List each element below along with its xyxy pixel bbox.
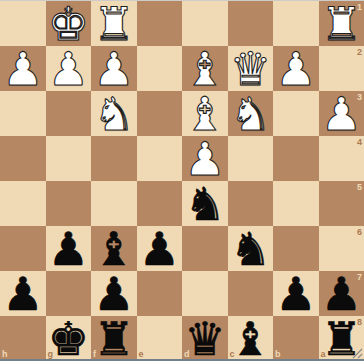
- square-d4[interactable]: ♟: [182, 136, 228, 181]
- black-pawn[interactable]: ♟: [0, 271, 46, 316]
- square-g3[interactable]: [46, 91, 92, 136]
- square-h5[interactable]: [0, 181, 46, 226]
- square-f5[interactable]: [91, 181, 137, 226]
- square-h7[interactable]: ♟: [0, 271, 46, 316]
- square-a6[interactable]: 6: [319, 226, 364, 271]
- square-c8[interactable]: ♝c: [228, 316, 274, 361]
- chess-board: ♚♜♜1♟♟♟♝♛♟2♞♝♞♟3♟4♞5♟♝♟♞6♟♟♟♟7h♚g♜fe♛d♝c…: [0, 0, 364, 361]
- white-knight[interactable]: ♞: [228, 91, 274, 136]
- file-label-h: h: [2, 350, 8, 359]
- square-a3[interactable]: ♟3: [319, 91, 364, 136]
- square-b6[interactable]: [273, 226, 319, 271]
- square-e3[interactable]: [137, 91, 183, 136]
- square-b1[interactable]: [273, 1, 319, 46]
- white-pawn[interactable]: ♟: [91, 46, 137, 91]
- square-d7[interactable]: [182, 271, 228, 316]
- white-queen[interactable]: ♛: [228, 46, 274, 91]
- square-d8[interactable]: ♛d: [182, 316, 228, 361]
- square-g6[interactable]: ♟: [46, 226, 92, 271]
- file-label-e: e: [139, 350, 144, 359]
- black-pawn[interactable]: ♟: [91, 271, 137, 316]
- board-grid: ♚♜♜1♟♟♟♝♛♟2♞♝♞♟3♟4♞5♟♝♟♞6♟♟♟♟7h♚g♜fe♛d♝c…: [0, 1, 364, 361]
- white-pawn[interactable]: ♟: [273, 46, 319, 91]
- square-h3[interactable]: [0, 91, 46, 136]
- black-pawn[interactable]: ♟: [319, 271, 364, 316]
- black-knight[interactable]: ♞: [228, 226, 274, 271]
- rank-label-2: 2: [357, 48, 362, 57]
- square-d6[interactable]: [182, 226, 228, 271]
- white-rook[interactable]: ♜: [319, 1, 364, 46]
- black-pawn[interactable]: ♟: [273, 271, 319, 316]
- rank-label-5: 5: [357, 183, 362, 192]
- square-c4[interactable]: [228, 136, 274, 181]
- square-c5[interactable]: [228, 181, 274, 226]
- file-label-b: b: [275, 350, 281, 359]
- square-c7[interactable]: [228, 271, 274, 316]
- black-pawn[interactable]: ♟: [137, 226, 183, 271]
- square-d2[interactable]: ♝: [182, 46, 228, 91]
- white-pawn[interactable]: ♟: [182, 136, 228, 181]
- square-f6[interactable]: ♝: [91, 226, 137, 271]
- square-e5[interactable]: [137, 181, 183, 226]
- square-g8[interactable]: ♚g: [46, 316, 92, 361]
- rank-label-4: 4: [357, 138, 362, 147]
- square-e2[interactable]: [137, 46, 183, 91]
- square-e1[interactable]: [137, 1, 183, 46]
- black-king[interactable]: ♚: [46, 316, 92, 361]
- square-g2[interactable]: ♟: [46, 46, 92, 91]
- square-c1[interactable]: [228, 1, 274, 46]
- white-king[interactable]: ♚: [46, 1, 92, 46]
- square-f1[interactable]: ♜: [91, 1, 137, 46]
- square-a4[interactable]: 4: [319, 136, 364, 181]
- square-h8[interactable]: h: [0, 316, 46, 361]
- square-b7[interactable]: ♟: [273, 271, 319, 316]
- square-b5[interactable]: [273, 181, 319, 226]
- square-c6[interactable]: ♞: [228, 226, 274, 271]
- square-g7[interactable]: [46, 271, 92, 316]
- square-f7[interactable]: ♟: [91, 271, 137, 316]
- square-a2[interactable]: 2: [319, 46, 364, 91]
- square-b4[interactable]: [273, 136, 319, 181]
- white-knight[interactable]: ♞: [91, 91, 137, 136]
- square-e6[interactable]: ♟: [137, 226, 183, 271]
- black-rook[interactable]: ♜: [91, 316, 137, 361]
- white-pawn[interactable]: ♟: [46, 46, 92, 91]
- black-pawn[interactable]: ♟: [46, 226, 92, 271]
- square-b2[interactable]: ♟: [273, 46, 319, 91]
- square-d5[interactable]: ♞: [182, 181, 228, 226]
- square-a5[interactable]: 5: [319, 181, 364, 226]
- square-a7[interactable]: ♟7: [319, 271, 364, 316]
- square-h1[interactable]: [0, 1, 46, 46]
- square-g1[interactable]: ♚: [46, 1, 92, 46]
- white-bishop[interactable]: ♝: [182, 46, 228, 91]
- square-d3[interactable]: ♝: [182, 91, 228, 136]
- board-resize-handle-icon[interactable]: [352, 348, 363, 359]
- white-pawn[interactable]: ♟: [0, 46, 46, 91]
- square-b8[interactable]: b: [273, 316, 319, 361]
- square-e8[interactable]: e: [137, 316, 183, 361]
- square-c3[interactable]: ♞: [228, 91, 274, 136]
- white-rook[interactable]: ♜: [91, 1, 137, 46]
- square-f2[interactable]: ♟: [91, 46, 137, 91]
- square-g4[interactable]: [46, 136, 92, 181]
- square-a1[interactable]: ♜1: [319, 1, 364, 46]
- square-e4[interactable]: [137, 136, 183, 181]
- square-g5[interactable]: [46, 181, 92, 226]
- rank-label-6: 6: [357, 228, 362, 237]
- square-h4[interactable]: [0, 136, 46, 181]
- black-bishop[interactable]: ♝: [91, 226, 137, 271]
- square-d1[interactable]: [182, 1, 228, 46]
- square-h6[interactable]: [0, 226, 46, 271]
- black-bishop[interactable]: ♝: [228, 316, 274, 361]
- black-queen[interactable]: ♛: [182, 316, 228, 361]
- square-f8[interactable]: ♜f: [91, 316, 137, 361]
- square-e7[interactable]: [137, 271, 183, 316]
- square-f3[interactable]: ♞: [91, 91, 137, 136]
- white-pawn[interactable]: ♟: [319, 91, 364, 136]
- square-f4[interactable]: [91, 136, 137, 181]
- square-c2[interactable]: ♛: [228, 46, 274, 91]
- square-b3[interactable]: [273, 91, 319, 136]
- black-knight[interactable]: ♞: [182, 181, 228, 226]
- square-h2[interactable]: ♟: [0, 46, 46, 91]
- white-bishop[interactable]: ♝: [182, 91, 228, 136]
